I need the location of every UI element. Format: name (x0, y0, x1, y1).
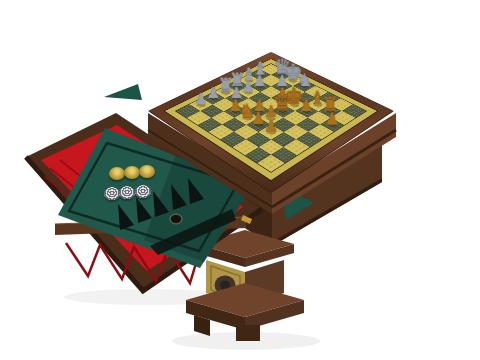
backgammon-checker-gold (139, 165, 155, 178)
backgammon-checker-silver (135, 185, 151, 198)
square (271, 147, 297, 163)
chess-piece-silver-pawn: ♟ (186, 92, 216, 108)
chess-table-photo: ♛♚♞♝♟♝♜♝♟♟♚♟♟♜♟♛♜♟♟♟♟♟♞♟♟♟ (0, 0, 480, 360)
checkers-layer (0, 0, 480, 360)
square (258, 155, 285, 172)
backgammon-checker-silver (104, 187, 120, 200)
backgammon-checker-gold (124, 166, 140, 179)
backgammon-checker-silver (119, 186, 135, 199)
square (176, 104, 200, 117)
backgammon-checker-gold (109, 167, 125, 180)
square (308, 125, 333, 140)
